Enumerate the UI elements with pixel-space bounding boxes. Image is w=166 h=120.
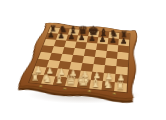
- square-g2: ♟: [102, 72, 115, 81]
- square-h5: [117, 52, 129, 60]
- chess-set-photo: ♜♞♝♛♚♝♞♜♟♟♟♟♟♟♟♟♟♟♟♟♟♟♟♟♜♞♝♛♚♝♞♜: [0, 0, 166, 120]
- square-e5: [84, 49, 96, 57]
- square-f5: [94, 50, 106, 58]
- square-b1: ♞: [41, 75, 55, 84]
- square-g1: ♞: [101, 81, 114, 91]
- square-h1: ♜: [114, 82, 127, 92]
- chess-board-scene: ♜♞♝♛♚♝♞♜♟♟♟♟♟♟♟♟♟♟♟♟♟♟♟♟♜♞♝♛♚♝♞♜: [10, 19, 142, 105]
- square-h2: ♟: [114, 74, 127, 83]
